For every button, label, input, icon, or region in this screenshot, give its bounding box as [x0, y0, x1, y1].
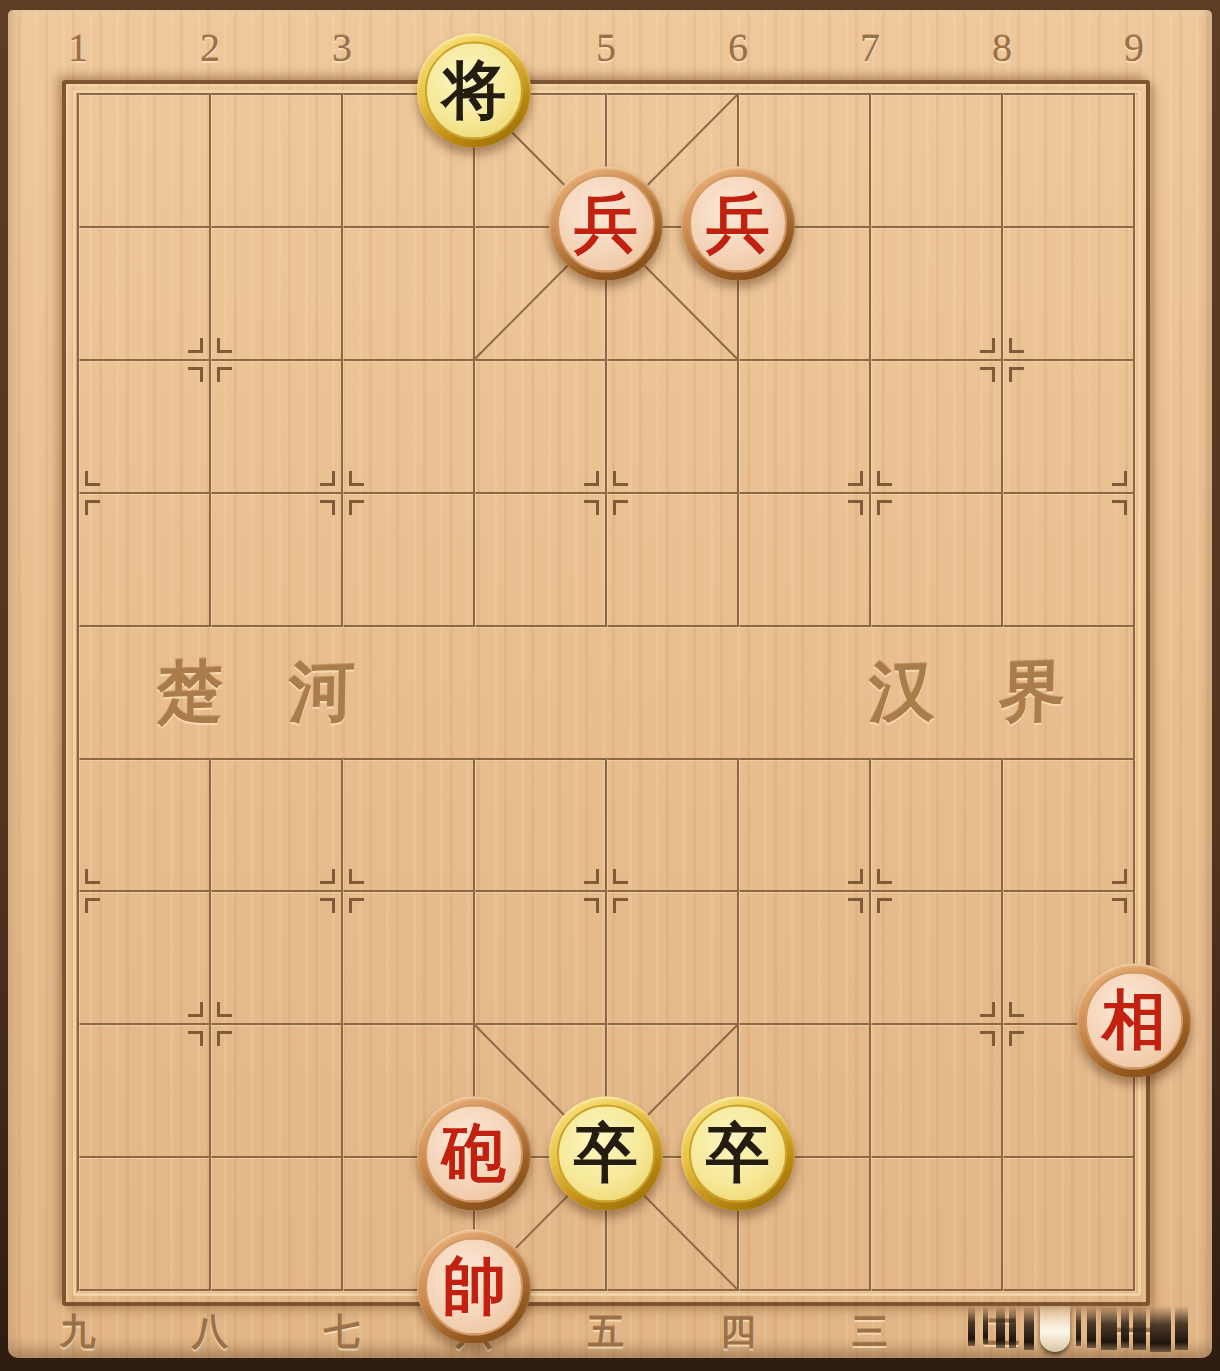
piece-glyph: 卒: [706, 1122, 770, 1186]
piece-glyph: 砲: [442, 1122, 506, 1186]
marker-arm-v: [332, 471, 335, 486]
marker-arm-v: [85, 898, 88, 913]
glitch-bar: [1040, 1306, 1070, 1352]
glitch-bar: [996, 1306, 1005, 1348]
file-label-bottom: 九: [60, 1308, 96, 1357]
marker-arm-v: [992, 367, 995, 382]
file-label-bottom: 四: [720, 1308, 756, 1357]
glitch-bar: [1133, 1306, 1146, 1350]
file-label-top: 8: [992, 24, 1012, 71]
glitch-bar: [1009, 1306, 1016, 1348]
glitch-bar: [1121, 1306, 1129, 1348]
marker-arm-v: [877, 898, 880, 913]
glitch-bar: [1076, 1306, 1081, 1346]
marker-arm-v: [1009, 1002, 1012, 1017]
piece-glyph: 兵: [706, 191, 770, 255]
marker-arm-v: [332, 500, 335, 515]
river-text-char: 界: [998, 646, 1066, 738]
marker-arm-v: [349, 471, 352, 486]
file-label-bottom: 八: [192, 1308, 228, 1357]
red-soldier[interactable]: 兵: [549, 166, 663, 280]
piece-glyph: 将: [442, 59, 506, 123]
file-label-top: 9: [1124, 24, 1144, 71]
marker-arm-v: [992, 1031, 995, 1046]
marker-arm-v: [349, 898, 352, 913]
marker-arm-v: [877, 869, 880, 884]
file-label-top: 7: [860, 24, 880, 71]
marker-arm-v: [1009, 1031, 1012, 1046]
piece-face: 砲: [425, 1105, 523, 1203]
river-text-char: 河: [288, 646, 356, 738]
marker-arm-v: [877, 471, 880, 486]
black-soldier[interactable]: 卒: [681, 1097, 795, 1211]
marker-arm-v: [596, 898, 599, 913]
marker-arm-v: [200, 338, 203, 353]
glitch-bar: [1087, 1306, 1096, 1348]
marker-arm-v: [200, 367, 203, 382]
marker-arm-v: [332, 869, 335, 884]
marker-arm-v: [1124, 898, 1127, 913]
marker-arm-v: [217, 367, 220, 382]
river-text-char: 汉: [868, 646, 936, 738]
piece-face: 卒: [557, 1105, 655, 1203]
file-label-top: 1: [68, 24, 88, 71]
marker-arm-v: [860, 500, 863, 515]
marker-arm-v: [613, 471, 616, 486]
piece-glyph: 帥: [442, 1255, 506, 1319]
file-label-top: 2: [200, 24, 220, 71]
xiangqi-app-screen: 123456789九八七六五四三二一楚河汉界将兵兵相砲卒卒帥: [0, 0, 1220, 1371]
file-label-top: 6: [728, 24, 748, 71]
piece-glyph: 相: [1102, 989, 1166, 1053]
glitch-bar: [1024, 1306, 1034, 1350]
marker-arm-v: [877, 500, 880, 515]
piece-face: 帥: [425, 1238, 523, 1336]
watermark-glitch: [960, 1302, 1206, 1354]
marker-arm-v: [613, 869, 616, 884]
marker-arm-v: [85, 471, 88, 486]
glitch-bar: [1150, 1306, 1171, 1352]
marker-arm-v: [85, 869, 88, 884]
piece-face: 将: [425, 42, 523, 140]
marker-arm-v: [85, 500, 88, 515]
marker-arm-v: [860, 471, 863, 486]
file-label-top: 5: [596, 24, 616, 71]
marker-arm-v: [596, 471, 599, 486]
marker-arm-v: [860, 898, 863, 913]
marker-arm-v: [596, 500, 599, 515]
piece-face: 卒: [689, 1105, 787, 1203]
marker-arm-v: [200, 1031, 203, 1046]
marker-arm-v: [332, 898, 335, 913]
glitch-bar: [983, 1306, 988, 1344]
file-label-bottom: 七: [324, 1308, 360, 1357]
marker-arm-v: [217, 1031, 220, 1046]
glitch-bar: [968, 1306, 975, 1346]
red-cannon[interactable]: 砲: [417, 1097, 531, 1211]
red-general[interactable]: 帥: [417, 1230, 531, 1344]
marker-arm-v: [1009, 338, 1012, 353]
black-soldier[interactable]: 卒: [549, 1097, 663, 1211]
marker-arm-v: [613, 500, 616, 515]
glitch-bar: [1175, 1306, 1188, 1350]
red-elephant[interactable]: 相: [1077, 964, 1191, 1078]
piece-face: 兵: [689, 174, 787, 272]
marker-arm-v: [349, 869, 352, 884]
file-label-bottom: 三: [852, 1308, 888, 1357]
file-label-bottom: 五: [588, 1308, 624, 1357]
piece-face: 兵: [557, 174, 655, 272]
piece-face: 相: [1085, 972, 1183, 1070]
marker-arm-v: [1124, 869, 1127, 884]
marker-arm-v: [217, 1002, 220, 1017]
marker-arm-v: [349, 500, 352, 515]
marker-arm-v: [1124, 500, 1127, 515]
marker-arm-v: [992, 338, 995, 353]
marker-arm-v: [992, 1002, 995, 1017]
marker-arm-v: [217, 338, 220, 353]
river-text-char: 楚: [156, 646, 224, 738]
marker-arm-v: [200, 1002, 203, 1017]
file-label-top: 3: [332, 24, 352, 71]
black-general[interactable]: 将: [417, 34, 531, 148]
marker-arm-v: [1124, 471, 1127, 486]
marker-arm-v: [596, 869, 599, 884]
piece-glyph: 兵: [574, 191, 638, 255]
red-soldier[interactable]: 兵: [681, 166, 795, 280]
marker-arm-v: [613, 898, 616, 913]
marker-arm-v: [1009, 367, 1012, 382]
piece-glyph: 卒: [574, 1122, 638, 1186]
glitch-bar: [1101, 1306, 1117, 1350]
marker-arm-v: [860, 869, 863, 884]
